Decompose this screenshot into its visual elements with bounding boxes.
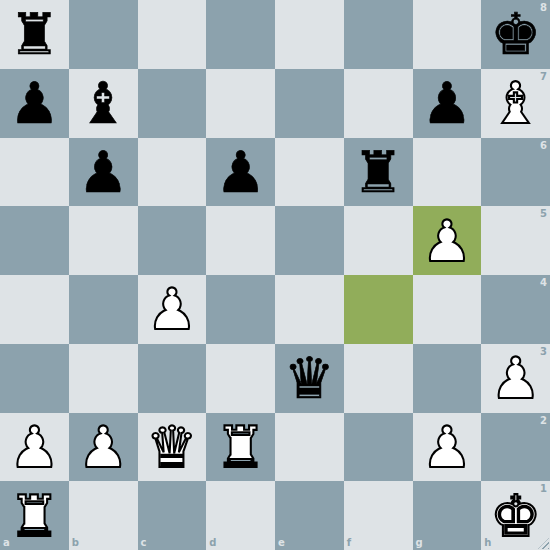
rank-label-2: 2 (540, 416, 547, 426)
file-label-b: b (72, 538, 79, 548)
square-b3[interactable] (69, 344, 138, 413)
black-queen[interactable]: ♛ (284, 344, 335, 412)
square-g6[interactable] (413, 138, 482, 207)
white-rook[interactable]: ♜ (215, 413, 266, 481)
white-queen[interactable]: ♛ (146, 413, 197, 481)
square-g4[interactable] (413, 275, 482, 344)
square-a2[interactable]: ♟ (0, 413, 69, 482)
square-h3[interactable]: ♟3 (481, 344, 550, 413)
white-pawn[interactable]: ♟ (78, 413, 129, 481)
square-h7[interactable]: ♝7 (481, 69, 550, 138)
file-label-g: g (416, 538, 423, 548)
square-f8[interactable] (344, 0, 413, 69)
square-a7[interactable]: ♟ (0, 69, 69, 138)
black-rook[interactable]: ♜ (353, 138, 404, 206)
square-b4[interactable] (69, 275, 138, 344)
square-f5[interactable] (344, 206, 413, 275)
white-rook[interactable]: ♜ (9, 482, 60, 550)
square-b2[interactable]: ♟ (69, 413, 138, 482)
square-b8[interactable] (69, 0, 138, 69)
square-g7[interactable]: ♟ (413, 69, 482, 138)
square-f3[interactable] (344, 344, 413, 413)
square-a6[interactable] (0, 138, 69, 207)
black-pawn[interactable]: ♟ (421, 69, 472, 137)
black-pawn[interactable]: ♟ (215, 138, 266, 206)
square-c4[interactable]: ♟ (138, 275, 207, 344)
square-d8[interactable] (206, 0, 275, 69)
square-a1[interactable]: ♜a (0, 481, 69, 550)
square-c6[interactable] (138, 138, 207, 207)
square-e3[interactable]: ♛ (275, 344, 344, 413)
square-a4[interactable] (0, 275, 69, 344)
white-pawn[interactable]: ♟ (9, 413, 60, 481)
square-h1[interactable]: ♚1h (481, 481, 550, 550)
black-bishop[interactable]: ♝ (78, 69, 129, 137)
square-g2[interactable]: ♟ (413, 413, 482, 482)
square-c1[interactable]: c (138, 481, 207, 550)
square-d7[interactable] (206, 69, 275, 138)
black-pawn[interactable]: ♟ (9, 69, 60, 137)
square-d4[interactable] (206, 275, 275, 344)
square-d2[interactable]: ♜ (206, 413, 275, 482)
square-b1[interactable]: b (69, 481, 138, 550)
white-king[interactable]: ♚ (490, 482, 541, 550)
square-e6[interactable] (275, 138, 344, 207)
square-f6[interactable]: ♜ (344, 138, 413, 207)
square-c7[interactable] (138, 69, 207, 138)
black-pawn[interactable]: ♟ (78, 138, 129, 206)
square-e8[interactable] (275, 0, 344, 69)
square-a5[interactable] (0, 206, 69, 275)
square-e5[interactable] (275, 206, 344, 275)
square-b7[interactable]: ♝ (69, 69, 138, 138)
file-label-f: f (347, 538, 351, 548)
square-f7[interactable] (344, 69, 413, 138)
square-b6[interactable]: ♟ (69, 138, 138, 207)
square-b5[interactable] (69, 206, 138, 275)
square-c5[interactable] (138, 206, 207, 275)
square-h8[interactable]: ♚8 (481, 0, 550, 69)
square-c8[interactable] (138, 0, 207, 69)
square-g8[interactable] (413, 0, 482, 69)
square-f4[interactable] (344, 275, 413, 344)
square-g5[interactable]: ♟ (413, 206, 482, 275)
square-e7[interactable] (275, 69, 344, 138)
square-e2[interactable] (275, 413, 344, 482)
white-pawn[interactable]: ♟ (490, 344, 541, 412)
square-f1[interactable]: f (344, 481, 413, 550)
chess-board: ♜♚8♟♝♟♝7♟♟♜6♟5♟4♛♟3♟♟♛♜♟2♜abcdefg♚1h (0, 0, 550, 550)
black-king[interactable]: ♚ (490, 0, 541, 68)
square-h6[interactable]: 6 (481, 138, 550, 207)
square-e1[interactable]: e (275, 481, 344, 550)
white-pawn[interactable]: ♟ (146, 275, 197, 343)
file-label-d: d (209, 538, 216, 548)
square-a3[interactable] (0, 344, 69, 413)
square-g1[interactable]: g (413, 481, 482, 550)
square-h2[interactable]: 2 (481, 413, 550, 482)
rank-label-6: 6 (540, 141, 547, 151)
file-label-c: c (141, 538, 147, 548)
file-label-e: e (278, 538, 285, 548)
square-d6[interactable]: ♟ (206, 138, 275, 207)
square-h4[interactable]: 4 (481, 275, 550, 344)
square-f2[interactable] (344, 413, 413, 482)
square-e4[interactable] (275, 275, 344, 344)
square-c3[interactable] (138, 344, 207, 413)
square-h5[interactable]: 5 (481, 206, 550, 275)
square-g3[interactable] (413, 344, 482, 413)
rank-label-4: 4 (540, 278, 547, 288)
black-rook[interactable]: ♜ (9, 0, 60, 68)
square-d3[interactable] (206, 344, 275, 413)
rank-label-5: 5 (540, 209, 547, 219)
square-d1[interactable]: d (206, 481, 275, 550)
square-c2[interactable]: ♛ (138, 413, 207, 482)
square-a8[interactable]: ♜ (0, 0, 69, 69)
square-d5[interactable] (206, 206, 275, 275)
white-pawn[interactable]: ♟ (421, 413, 472, 481)
white-pawn[interactable]: ♟ (421, 207, 472, 275)
white-bishop[interactable]: ♝ (490, 69, 541, 137)
